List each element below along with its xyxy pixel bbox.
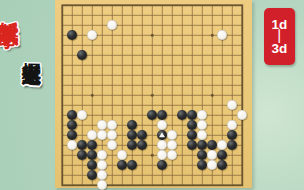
rank-badge-divider: 丨 [275,30,285,44]
star-point [151,94,154,97]
triangle-marker-icon [159,133,165,138]
star-point [211,94,214,97]
go-board-grid [57,0,249,190]
star-point [151,154,154,157]
star-point [211,34,214,37]
star-point [91,94,94,97]
rank-badge: 1d 丨 3d [264,8,295,65]
banner-secondary-text: 探索棋之正道 [20,47,43,53]
star-point [151,34,154,37]
video-frame: 斩断实战恶手 探索棋之正道 1d 丨 3d [0,0,304,190]
banner-primary-text: 斩断实战恶手 [0,6,20,12]
